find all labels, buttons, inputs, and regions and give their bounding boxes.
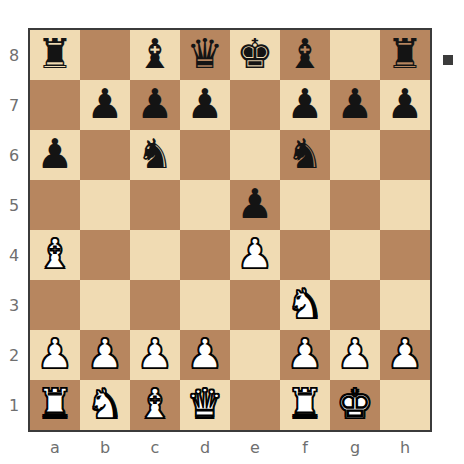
square-e4[interactable]: ♟ [230, 230, 280, 280]
rank-label-2: 2 [0, 330, 28, 380]
file-label-d: d [180, 432, 230, 462]
black-knight[interactable]: ♞ [137, 134, 174, 175]
square-h5[interactable] [380, 180, 430, 230]
square-f5[interactable] [280, 180, 330, 230]
square-e6[interactable] [230, 130, 280, 180]
square-g5[interactable] [330, 180, 380, 230]
white-pawn[interactable]: ♟ [87, 334, 124, 375]
square-f1[interactable]: ♜ [280, 380, 330, 430]
square-h7[interactable]: ♟ [380, 80, 430, 130]
square-f7[interactable]: ♟ [280, 80, 330, 130]
square-d6[interactable] [180, 130, 230, 180]
file-label-b: b [80, 432, 130, 462]
square-f6[interactable]: ♞ [280, 130, 330, 180]
square-h8[interactable]: ♜ [380, 30, 430, 80]
square-f8[interactable]: ♝ [280, 30, 330, 80]
side-to-move-indicator [443, 55, 453, 65]
file-labels: abcdefgh [30, 432, 430, 462]
rank-labels: 87654321 [0, 30, 28, 430]
square-a8[interactable]: ♜ [30, 30, 80, 80]
square-h2[interactable]: ♟ [380, 330, 430, 380]
black-pawn[interactable]: ♟ [187, 84, 224, 125]
square-g4[interactable] [330, 230, 380, 280]
black-rook[interactable]: ♜ [387, 34, 424, 75]
square-g1[interactable]: ♚ [330, 380, 380, 430]
black-pawn[interactable]: ♟ [37, 134, 74, 175]
square-c7[interactable]: ♟ [130, 80, 180, 130]
black-pawn[interactable]: ♟ [337, 84, 374, 125]
square-g2[interactable]: ♟ [330, 330, 380, 380]
square-c5[interactable] [130, 180, 180, 230]
white-bishop[interactable]: ♝ [37, 234, 74, 275]
white-knight[interactable]: ♞ [87, 384, 124, 425]
square-d7[interactable]: ♟ [180, 80, 230, 130]
square-b4[interactable] [80, 230, 130, 280]
white-pawn[interactable]: ♟ [287, 334, 324, 375]
black-pawn[interactable]: ♟ [87, 84, 124, 125]
black-rook[interactable]: ♜ [37, 34, 74, 75]
square-g8[interactable] [330, 30, 380, 80]
square-c6[interactable]: ♞ [130, 130, 180, 180]
white-pawn[interactable]: ♟ [137, 334, 174, 375]
rank-label-5: 5 [0, 180, 28, 230]
chess-board-frame: ♜♝♛♚♝♜♟♟♟♟♟♟♟♞♞♟♝♟♞♟♟♟♟♟♟♟♜♞♝♛♜♚ [28, 28, 432, 432]
square-g6[interactable] [330, 130, 380, 180]
white-rook[interactable]: ♜ [287, 384, 324, 425]
square-f3[interactable]: ♞ [280, 280, 330, 330]
file-label-e: e [230, 432, 280, 462]
file-label-h: h [380, 432, 430, 462]
rank-label-6: 6 [0, 130, 28, 180]
square-c4[interactable] [130, 230, 180, 280]
square-g7[interactable]: ♟ [330, 80, 380, 130]
white-king[interactable]: ♚ [337, 384, 374, 425]
square-b7[interactable]: ♟ [80, 80, 130, 130]
square-d4[interactable] [180, 230, 230, 280]
square-a1[interactable]: ♜ [30, 380, 80, 430]
square-d2[interactable]: ♟ [180, 330, 230, 380]
square-c2[interactable]: ♟ [130, 330, 180, 380]
square-d8[interactable]: ♛ [180, 30, 230, 80]
white-pawn[interactable]: ♟ [337, 334, 374, 375]
square-d5[interactable] [180, 180, 230, 230]
black-king[interactable]: ♚ [237, 34, 274, 75]
square-a3[interactable] [30, 280, 80, 330]
square-b6[interactable] [80, 130, 130, 180]
square-g3[interactable] [330, 280, 380, 330]
white-pawn[interactable]: ♟ [387, 334, 424, 375]
white-pawn[interactable]: ♟ [237, 234, 274, 275]
black-knight[interactable]: ♞ [287, 134, 324, 175]
square-h1[interactable] [380, 380, 430, 430]
square-c1[interactable]: ♝ [130, 380, 180, 430]
black-queen[interactable]: ♛ [187, 34, 224, 75]
file-label-c: c [130, 432, 180, 462]
file-label-g: g [330, 432, 380, 462]
white-rook[interactable]: ♜ [37, 384, 74, 425]
rank-label-7: 7 [0, 80, 28, 130]
chess-board[interactable]: ♜♝♛♚♝♜♟♟♟♟♟♟♟♞♞♟♝♟♞♟♟♟♟♟♟♟♜♞♝♛♜♚ [30, 30, 430, 430]
square-a4[interactable]: ♝ [30, 230, 80, 280]
white-knight[interactable]: ♞ [287, 284, 324, 325]
square-a2[interactable]: ♟ [30, 330, 80, 380]
square-f2[interactable]: ♟ [280, 330, 330, 380]
rank-label-1: 1 [0, 380, 28, 430]
black-bishop[interactable]: ♝ [287, 34, 324, 75]
square-d3[interactable] [180, 280, 230, 330]
black-pawn[interactable]: ♟ [387, 84, 424, 125]
white-pawn[interactable]: ♟ [37, 334, 74, 375]
rank-label-3: 3 [0, 280, 28, 330]
black-pawn[interactable]: ♟ [137, 84, 174, 125]
square-h3[interactable] [380, 280, 430, 330]
file-label-a: a [30, 432, 80, 462]
square-e5[interactable]: ♟ [230, 180, 280, 230]
white-bishop[interactable]: ♝ [137, 384, 174, 425]
square-b1[interactable]: ♞ [80, 380, 130, 430]
square-b8[interactable] [80, 30, 130, 80]
black-bishop[interactable]: ♝ [137, 34, 174, 75]
square-a6[interactable]: ♟ [30, 130, 80, 180]
square-a5[interactable] [30, 180, 80, 230]
rank-label-8: 8 [0, 30, 28, 80]
square-h6[interactable] [380, 130, 430, 180]
square-b3[interactable] [80, 280, 130, 330]
square-e1[interactable] [230, 380, 280, 430]
square-a7[interactable] [30, 80, 80, 130]
square-e7[interactable] [230, 80, 280, 130]
black-pawn[interactable]: ♟ [237, 184, 274, 225]
square-b2[interactable]: ♟ [80, 330, 130, 380]
square-c3[interactable] [130, 280, 180, 330]
white-pawn[interactable]: ♟ [187, 334, 224, 375]
rank-label-4: 4 [0, 230, 28, 280]
square-d1[interactable]: ♛ [180, 380, 230, 430]
square-b5[interactable] [80, 180, 130, 230]
square-h4[interactable] [380, 230, 430, 280]
black-pawn[interactable]: ♟ [287, 84, 324, 125]
file-label-f: f [280, 432, 330, 462]
square-e3[interactable] [230, 280, 280, 330]
square-e8[interactable]: ♚ [230, 30, 280, 80]
square-f4[interactable] [280, 230, 330, 280]
square-c8[interactable]: ♝ [130, 30, 180, 80]
white-queen[interactable]: ♛ [187, 384, 224, 425]
square-e2[interactable] [230, 330, 280, 380]
